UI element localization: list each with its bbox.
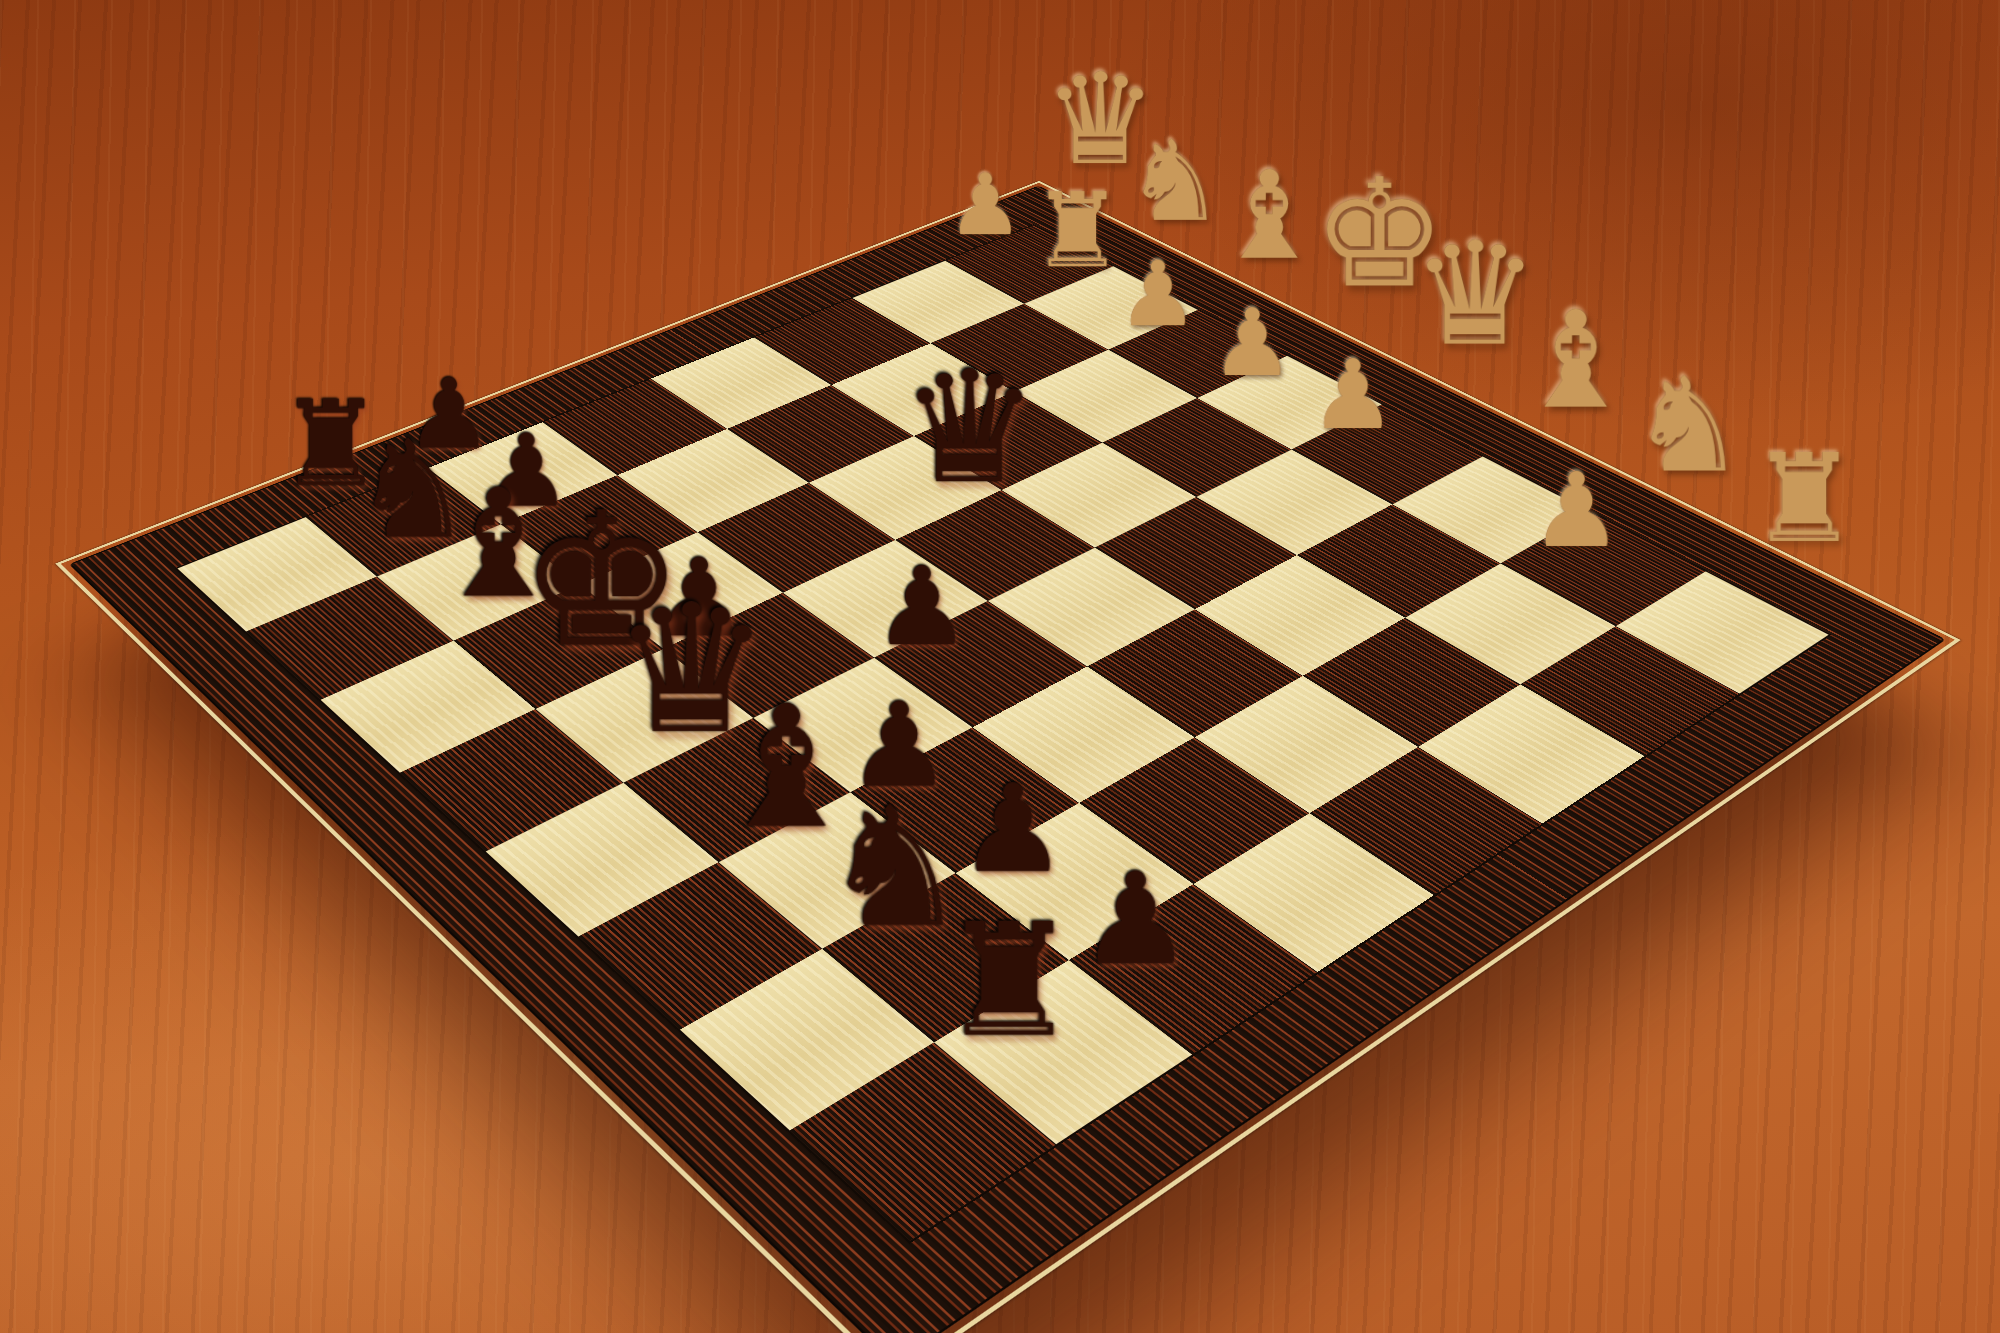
white-rook-h1[interactable]: ♜ [1749, 437, 1858, 559]
black-pawn-e6[interactable]: ♟ [873, 553, 970, 661]
photo-canvas: { "game": "chess", "scene_type": "overhe… [0, 0, 2000, 1333]
white-knight-b1[interactable]: ♞ [1125, 126, 1224, 237]
white-pawn-c2[interactable]: ♟ [1117, 250, 1198, 340]
white-rook-b2[interactable]: ♜ [1031, 179, 1123, 282]
white-pawn-g2[interactable]: ♟ [1530, 460, 1622, 563]
white-bishop-c1[interactable]: ♝ [1215, 156, 1324, 277]
white-bishop-f1[interactable]: ♝ [1516, 294, 1636, 428]
black-pawn-h7[interactable]: ♟ [1079, 856, 1193, 983]
black-pawn-g7[interactable]: ♟ [958, 768, 1067, 890]
black-rook-h8[interactable]: ♜ [939, 902, 1079, 1058]
white-pawn-d2[interactable]: ♟ [1210, 297, 1293, 390]
white-pawn-a2[interactable]: ♟ [947, 163, 1023, 248]
black-queen-d5[interactable]: ♛ [900, 350, 1039, 505]
white-pawn-e2[interactable]: ♟ [1310, 348, 1396, 444]
table-surface: ♜♟♟♛♞♟♜♞♝♟♝♚♟♛♟♚♛♟♟♛♝♟♝♞♟♟♞♜♟♜ [0, 0, 2000, 1333]
white-knight-g1[interactable]: ♞ [1629, 360, 1746, 490]
